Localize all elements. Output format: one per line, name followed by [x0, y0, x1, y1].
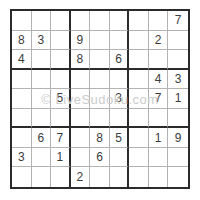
sudoku-cell[interactable]: 3 [32, 31, 52, 51]
sudoku-cell[interactable] [129, 148, 149, 168]
sudoku-cell[interactable] [129, 167, 149, 187]
sudoku-cell[interactable]: 7 [168, 11, 188, 31]
sudoku-cell[interactable] [32, 89, 52, 109]
sudoku-cell[interactable] [129, 31, 149, 51]
sudoku-cell[interactable] [90, 70, 110, 90]
sudoku-cell[interactable] [168, 31, 188, 51]
sudoku-cell[interactable] [71, 89, 91, 109]
sudoku-cell[interactable]: 1 [51, 148, 71, 168]
sudoku-cell[interactable] [129, 70, 149, 90]
sudoku-cell[interactable] [71, 148, 91, 168]
sudoku-cell[interactable]: 7 [51, 128, 71, 148]
sudoku-cell[interactable] [71, 109, 91, 129]
sudoku-cell[interactable]: 5 [51, 89, 71, 109]
sudoku-cell[interactable] [110, 11, 130, 31]
sudoku-cell[interactable] [71, 70, 91, 90]
sudoku-cell[interactable] [149, 167, 169, 187]
sudoku-cell[interactable] [129, 89, 149, 109]
sudoku-cell[interactable] [12, 167, 32, 187]
sudoku-cell[interactable] [110, 167, 130, 187]
sudoku-cell[interactable] [90, 167, 110, 187]
sudoku-cell[interactable]: 9 [71, 31, 91, 51]
sudoku-cell[interactable] [71, 11, 91, 31]
sudoku-cell[interactable] [12, 109, 32, 129]
sudoku-cell[interactable] [51, 31, 71, 51]
sudoku-cell[interactable] [110, 70, 130, 90]
sudoku-cell[interactable] [90, 11, 110, 31]
sudoku-cell[interactable] [129, 11, 149, 31]
sudoku-cell[interactable]: 1 [149, 128, 169, 148]
sudoku-cell[interactable]: 9 [168, 128, 188, 148]
sudoku-cell[interactable] [32, 50, 52, 70]
sudoku-cell[interactable] [129, 109, 149, 129]
sudoku-cell[interactable]: 6 [90, 148, 110, 168]
sudoku-cell[interactable]: 7 [149, 89, 169, 109]
sudoku-cell[interactable]: 1 [168, 89, 188, 109]
sudoku-cell[interactable] [90, 50, 110, 70]
sudoku-cell[interactable] [51, 167, 71, 187]
sudoku-cell[interactable] [12, 89, 32, 109]
sudoku-cell[interactable]: 4 [12, 50, 32, 70]
sudoku-cell[interactable] [51, 109, 71, 129]
sudoku-cell[interactable] [32, 70, 52, 90]
sudoku-cell[interactable] [168, 148, 188, 168]
sudoku-cell[interactable]: 6 [110, 50, 130, 70]
sudoku-cell[interactable] [51, 11, 71, 31]
sudoku-cell[interactable] [110, 148, 130, 168]
sudoku-cell[interactable]: 6 [32, 128, 52, 148]
sudoku-cell[interactable] [32, 109, 52, 129]
sudoku-cell[interactable] [149, 11, 169, 31]
sudoku-cell[interactable] [129, 128, 149, 148]
sudoku-cell[interactable]: 2 [71, 167, 91, 187]
sudoku-cell[interactable]: 5 [110, 128, 130, 148]
sudoku-cell[interactable]: 3 [168, 70, 188, 90]
sudoku-board: 783924864353716785193162 [10, 9, 190, 189]
sudoku-cell[interactable]: 3 [110, 89, 130, 109]
sudoku-cell[interactable] [51, 70, 71, 90]
sudoku-cell[interactable] [90, 31, 110, 51]
sudoku-cell[interactable]: 8 [71, 50, 91, 70]
sudoku-cell[interactable] [90, 89, 110, 109]
sudoku-cell[interactable] [168, 50, 188, 70]
sudoku-cell[interactable] [12, 11, 32, 31]
sudoku-cell[interactable] [51, 50, 71, 70]
sudoku-cell[interactable]: 8 [90, 128, 110, 148]
sudoku-cell[interactable] [32, 11, 52, 31]
sudoku-cell[interactable] [90, 109, 110, 129]
sudoku-cell[interactable] [110, 109, 130, 129]
sudoku-cell[interactable] [149, 148, 169, 168]
sudoku-cell[interactable] [149, 109, 169, 129]
sudoku-cell[interactable] [110, 31, 130, 51]
sudoku-cell[interactable] [168, 167, 188, 187]
board-area: 783924864353716785193162 © LiveSudoku.co… [10, 9, 190, 189]
sudoku-cell[interactable] [168, 109, 188, 129]
sudoku-cell[interactable]: 4 [149, 70, 169, 90]
sudoku-cell[interactable] [32, 167, 52, 187]
sudoku-cell[interactable]: 3 [12, 148, 32, 168]
sudoku-cell[interactable] [129, 50, 149, 70]
sudoku-cell[interactable]: 8 [12, 31, 32, 51]
sudoku-cell[interactable] [12, 70, 32, 90]
sudoku-cell[interactable] [12, 128, 32, 148]
sudoku-cell[interactable] [32, 148, 52, 168]
sudoku-cell[interactable] [149, 50, 169, 70]
sudoku-cell[interactable] [71, 128, 91, 148]
sudoku-cell[interactable]: 2 [149, 31, 169, 51]
